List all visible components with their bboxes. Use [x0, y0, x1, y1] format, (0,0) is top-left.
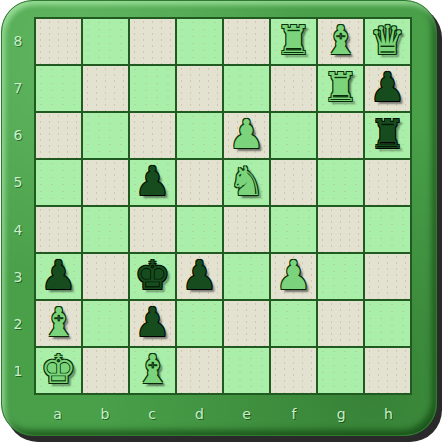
square-a4[interactable]: [36, 207, 81, 252]
piece-black-pawn-c5[interactable]: ♟: [135, 159, 171, 204]
square-b2[interactable]: [83, 301, 128, 346]
rank-labels: 87654321: [2, 17, 34, 395]
square-a3[interactable]: ♟: [36, 254, 81, 299]
square-a1[interactable]: ♚: [36, 348, 81, 393]
square-d7[interactable]: [177, 66, 222, 111]
square-h7[interactable]: ♟: [365, 66, 410, 111]
square-h6[interactable]: ♜: [365, 113, 410, 158]
square-f6[interactable]: [271, 113, 316, 158]
piece-white-bishop-c1[interactable]: ♝: [135, 347, 171, 392]
rank-label-8: 8: [2, 17, 34, 64]
square-e5[interactable]: ♞: [224, 160, 269, 205]
square-h1[interactable]: [365, 348, 410, 393]
square-a5[interactable]: [36, 160, 81, 205]
square-b1[interactable]: [83, 348, 128, 393]
square-c7[interactable]: [130, 66, 175, 111]
square-h4[interactable]: [365, 207, 410, 252]
square-g5[interactable]: [318, 160, 363, 205]
file-label-d: d: [176, 398, 223, 430]
square-f7[interactable]: [271, 66, 316, 111]
square-c8[interactable]: [130, 19, 175, 64]
square-e7[interactable]: [224, 66, 269, 111]
square-f2[interactable]: [271, 301, 316, 346]
file-label-a: a: [34, 398, 81, 430]
square-b6[interactable]: [83, 113, 128, 158]
square-g1[interactable]: [318, 348, 363, 393]
square-c6[interactable]: [130, 113, 175, 158]
square-c3[interactable]: ♚: [130, 254, 175, 299]
file-label-g: g: [318, 398, 365, 430]
square-h5[interactable]: [365, 160, 410, 205]
square-e6[interactable]: ♟: [224, 113, 269, 158]
square-e8[interactable]: [224, 19, 269, 64]
piece-white-pawn-f3[interactable]: ♟: [276, 253, 312, 298]
square-d3[interactable]: ♟: [177, 254, 222, 299]
chess-board[interactable]: ♜♝♛♜♟♟♜♟♞♟♚♟♟♝♟♚♝: [34, 17, 412, 395]
piece-black-pawn-h7[interactable]: ♟: [370, 65, 406, 110]
square-d8[interactable]: [177, 19, 222, 64]
rank-label-4: 4: [2, 206, 34, 253]
chess-board-frame: 87654321 ♜♝♛♜♟♟♜♟♞♟♚♟♟♝♟♚♝ abcdefgh: [1, 0, 437, 436]
square-g3[interactable]: [318, 254, 363, 299]
square-e1[interactable]: [224, 348, 269, 393]
file-label-h: h: [365, 398, 412, 430]
piece-white-king-a1[interactable]: ♚: [41, 347, 77, 392]
square-c5[interactable]: ♟: [130, 160, 175, 205]
piece-white-bishop-a2[interactable]: ♝: [41, 300, 77, 345]
file-label-b: b: [81, 398, 128, 430]
rank-label-2: 2: [2, 301, 34, 348]
piece-white-pawn-e6[interactable]: ♟: [229, 112, 265, 157]
square-b8[interactable]: [83, 19, 128, 64]
rank-label-1: 1: [2, 348, 34, 395]
rank-label-6: 6: [2, 112, 34, 159]
file-label-e: e: [223, 398, 270, 430]
square-d1[interactable]: [177, 348, 222, 393]
piece-white-queen-h8[interactable]: ♛: [370, 18, 406, 63]
square-b4[interactable]: [83, 207, 128, 252]
piece-black-pawn-c2[interactable]: ♟: [135, 300, 171, 345]
square-e2[interactable]: [224, 301, 269, 346]
square-e4[interactable]: [224, 207, 269, 252]
square-b7[interactable]: [83, 66, 128, 111]
square-f1[interactable]: [271, 348, 316, 393]
square-f8[interactable]: ♜: [271, 19, 316, 64]
square-d2[interactable]: [177, 301, 222, 346]
piece-black-rook-h6[interactable]: ♜: [370, 112, 406, 157]
square-d5[interactable]: [177, 160, 222, 205]
square-d6[interactable]: [177, 113, 222, 158]
square-h2[interactable]: [365, 301, 410, 346]
piece-black-pawn-a3[interactable]: ♟: [41, 253, 77, 298]
square-a8[interactable]: [36, 19, 81, 64]
rank-label-7: 7: [2, 64, 34, 111]
piece-black-pawn-d3[interactable]: ♟: [182, 253, 218, 298]
square-e3[interactable]: [224, 254, 269, 299]
square-g7[interactable]: ♜: [318, 66, 363, 111]
square-d4[interactable]: [177, 207, 222, 252]
square-g4[interactable]: [318, 207, 363, 252]
square-f4[interactable]: [271, 207, 316, 252]
square-g8[interactable]: ♝: [318, 19, 363, 64]
square-a2[interactable]: ♝: [36, 301, 81, 346]
piece-black-king-c3[interactable]: ♚: [135, 253, 171, 298]
piece-white-knight-e5[interactable]: ♞: [229, 159, 265, 204]
square-c1[interactable]: ♝: [130, 348, 175, 393]
square-a7[interactable]: [36, 66, 81, 111]
square-c2[interactable]: ♟: [130, 301, 175, 346]
square-g2[interactable]: [318, 301, 363, 346]
square-f3[interactable]: ♟: [271, 254, 316, 299]
page-background: 87654321 ♜♝♛♜♟♟♜♟♞♟♚♟♟♝♟♚♝ abcdefgh: [0, 0, 444, 442]
rank-label-5: 5: [2, 159, 34, 206]
square-h8[interactable]: ♛: [365, 19, 410, 64]
square-f5[interactable]: [271, 160, 316, 205]
piece-white-rook-f8[interactable]: ♜: [276, 18, 312, 63]
file-label-f: f: [270, 398, 317, 430]
piece-white-rook-g7[interactable]: ♜: [323, 65, 359, 110]
square-a6[interactable]: [36, 113, 81, 158]
file-label-c: c: [129, 398, 176, 430]
piece-white-bishop-g8[interactable]: ♝: [323, 18, 359, 63]
square-b3[interactable]: [83, 254, 128, 299]
square-h3[interactable]: [365, 254, 410, 299]
file-labels: abcdefgh: [34, 398, 412, 430]
rank-label-3: 3: [2, 253, 34, 300]
square-b5[interactable]: [83, 160, 128, 205]
square-g6[interactable]: [318, 113, 363, 158]
square-c4[interactable]: [130, 207, 175, 252]
